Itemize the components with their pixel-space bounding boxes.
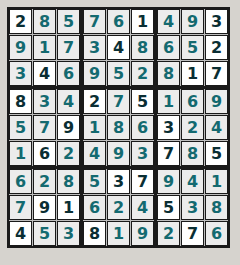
cell-r8c4[interactable]: 6 — [83, 195, 106, 220]
cell-r7c6[interactable]: 7 — [131, 169, 154, 194]
cell-r4c4[interactable]: 2 — [83, 89, 106, 114]
cell-r4c7[interactable]: 1 — [157, 89, 180, 114]
cell-r6c6[interactable]: 3 — [131, 141, 154, 166]
cell-r1c1[interactable]: 2 — [9, 9, 32, 34]
cell-r2c2[interactable]: 1 — [33, 35, 56, 60]
cell-r4c6[interactable]: 5 — [131, 89, 154, 114]
sudoku-app-window: 2859173467613489524936528178345791622751… — [0, 0, 240, 265]
cell-r4c8[interactable]: 6 — [181, 89, 204, 114]
cell-r1c6[interactable]: 1 — [131, 9, 154, 34]
cell-r3c7[interactable]: 8 — [157, 61, 180, 86]
cell-r3c4[interactable]: 9 — [83, 61, 106, 86]
cell-r3c8[interactable]: 1 — [181, 61, 204, 86]
cell-r4c2[interactable]: 3 — [33, 89, 56, 114]
cell-r7c4[interactable]: 5 — [83, 169, 106, 194]
cell-r9c6[interactable]: 9 — [131, 221, 154, 246]
cell-r8c3[interactable]: 1 — [57, 195, 80, 220]
cell-r7c7[interactable]: 9 — [157, 169, 180, 194]
cell-r6c8[interactable]: 8 — [181, 141, 204, 166]
cell-r8c2[interactable]: 9 — [33, 195, 56, 220]
cell-r4c3[interactable]: 4 — [57, 89, 80, 114]
cell-r4c1[interactable]: 8 — [9, 89, 32, 114]
cell-r2c3[interactable]: 7 — [57, 35, 80, 60]
cell-r2c6[interactable]: 8 — [131, 35, 154, 60]
cell-r2c5[interactable]: 4 — [107, 35, 130, 60]
cell-r8c8[interactable]: 3 — [181, 195, 204, 220]
cell-r8c6[interactable]: 4 — [131, 195, 154, 220]
cell-r4c9[interactable]: 9 — [205, 89, 228, 114]
cell-r6c1[interactable]: 1 — [9, 141, 32, 166]
cell-r9c7[interactable]: 2 — [157, 221, 180, 246]
cell-r6c3[interactable]: 2 — [57, 141, 80, 166]
cell-r3c9[interactable]: 7 — [205, 61, 228, 86]
cell-r9c8[interactable]: 7 — [181, 221, 204, 246]
cell-r1c3[interactable]: 5 — [57, 9, 80, 34]
cell-r4c5[interactable]: 7 — [107, 89, 130, 114]
cell-r2c1[interactable]: 9 — [9, 35, 32, 60]
cell-r8c5[interactable]: 2 — [107, 195, 130, 220]
cell-r7c9[interactable]: 1 — [205, 169, 228, 194]
cell-r3c2[interactable]: 4 — [33, 61, 56, 86]
box-9: 941538276 — [157, 169, 228, 246]
sudoku-board: 2859173467613489524936528178345791622751… — [7, 7, 230, 248]
cell-r6c7[interactable]: 7 — [157, 141, 180, 166]
cell-r3c3[interactable]: 6 — [57, 61, 80, 86]
cell-r7c1[interactable]: 6 — [9, 169, 32, 194]
cell-r9c4[interactable]: 8 — [83, 221, 106, 246]
cell-r5c3[interactable]: 9 — [57, 115, 80, 140]
box-1: 285917346 — [9, 9, 80, 86]
cell-r5c7[interactable]: 3 — [157, 115, 180, 140]
box-8: 537624819 — [83, 169, 154, 246]
cell-r8c9[interactable]: 8 — [205, 195, 228, 220]
cell-r5c1[interactable]: 5 — [9, 115, 32, 140]
cell-r5c6[interactable]: 6 — [131, 115, 154, 140]
cell-r9c9[interactable]: 6 — [205, 221, 228, 246]
cell-r7c8[interactable]: 4 — [181, 169, 204, 194]
cell-r9c2[interactable]: 5 — [33, 221, 56, 246]
cell-r1c9[interactable]: 3 — [205, 9, 228, 34]
box-3: 493652817 — [157, 9, 228, 86]
cell-r6c4[interactable]: 4 — [83, 141, 106, 166]
cell-r2c9[interactable]: 2 — [205, 35, 228, 60]
cell-r5c5[interactable]: 8 — [107, 115, 130, 140]
box-5: 275186493 — [83, 89, 154, 166]
box-6: 169324785 — [157, 89, 228, 166]
cell-r9c1[interactable]: 4 — [9, 221, 32, 246]
cell-r9c5[interactable]: 1 — [107, 221, 130, 246]
cell-r3c5[interactable]: 5 — [107, 61, 130, 86]
cell-r1c4[interactable]: 7 — [83, 9, 106, 34]
box-2: 761348952 — [83, 9, 154, 86]
cell-r9c3[interactable]: 3 — [57, 221, 80, 246]
cell-r2c7[interactable]: 6 — [157, 35, 180, 60]
cell-r2c8[interactable]: 5 — [181, 35, 204, 60]
cell-r1c5[interactable]: 6 — [107, 9, 130, 34]
cell-r7c3[interactable]: 8 — [57, 169, 80, 194]
cell-r5c8[interactable]: 2 — [181, 115, 204, 140]
cell-r1c8[interactable]: 9 — [181, 9, 204, 34]
cell-r7c5[interactable]: 3 — [107, 169, 130, 194]
cell-r6c9[interactable]: 5 — [205, 141, 228, 166]
cell-r6c5[interactable]: 9 — [107, 141, 130, 166]
box-7: 628791453 — [9, 169, 80, 246]
cell-r7c2[interactable]: 2 — [33, 169, 56, 194]
cell-r1c7[interactable]: 4 — [157, 9, 180, 34]
cell-r3c1[interactable]: 3 — [9, 61, 32, 86]
cell-r8c7[interactable]: 5 — [157, 195, 180, 220]
cell-r5c4[interactable]: 1 — [83, 115, 106, 140]
cell-r3c6[interactable]: 2 — [131, 61, 154, 86]
cell-r5c2[interactable]: 7 — [33, 115, 56, 140]
box-4: 834579162 — [9, 89, 80, 166]
cell-r1c2[interactable]: 8 — [33, 9, 56, 34]
cell-r2c4[interactable]: 3 — [83, 35, 106, 60]
cell-r8c1[interactable]: 7 — [9, 195, 32, 220]
cell-r5c9[interactable]: 4 — [205, 115, 228, 140]
cell-r6c2[interactable]: 6 — [33, 141, 56, 166]
